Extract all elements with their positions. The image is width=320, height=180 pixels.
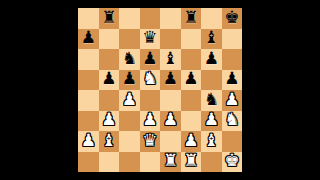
square-b8: ♜ [99,8,120,29]
square-e7 [160,29,181,50]
square-c8 [119,8,140,29]
square-e2 [160,131,181,152]
square-a4 [78,90,99,111]
piece-white-knight-d5: ♞ [142,70,157,87]
piece-white-rook-e1: ♜ [163,152,178,169]
square-a5 [78,70,99,91]
piece-white-pawn-d3: ♟ [142,111,157,128]
square-g5 [201,70,222,91]
piece-white-rook-f1: ♜ [183,152,198,169]
square-a1 [78,152,99,173]
square-g7: ♝ [201,29,222,50]
square-f2: ♟ [181,131,202,152]
square-f3 [181,111,202,132]
piece-black-king-h8: ♚ [224,9,239,26]
piece-black-pawn-f5: ♟ [183,70,198,87]
square-c3 [119,111,140,132]
square-f7 [181,29,202,50]
square-h3: ♞ [222,111,243,132]
square-h1: ♚ [222,152,243,173]
square-g8 [201,8,222,29]
square-b1 [99,152,120,173]
video-frame: ♜♜♚♟♛♝♞♟♝♟♟♟♞♟♟♟♟♞♟♟♟♟♟♞♟♝♛♟♝♜♜♚ [0,0,320,180]
square-f4 [181,90,202,111]
square-b5: ♟ [99,70,120,91]
square-h8: ♚ [222,8,243,29]
square-h7 [222,29,243,50]
piece-black-knight-c6: ♞ [122,50,137,67]
square-c6: ♞ [119,49,140,70]
square-e5: ♟ [160,70,181,91]
piece-black-pawn-h5: ♟ [224,70,239,87]
piece-white-pawn-f2: ♟ [183,132,198,149]
square-h6 [222,49,243,70]
piece-black-pawn-b5: ♟ [101,70,116,87]
square-a3 [78,111,99,132]
square-c5: ♟ [119,70,140,91]
square-f6 [181,49,202,70]
square-h4: ♟ [222,90,243,111]
square-f8: ♜ [181,8,202,29]
square-b6 [99,49,120,70]
piece-white-king-h1: ♚ [224,152,239,169]
piece-black-rook-f8: ♜ [183,9,198,26]
square-b2: ♝ [99,131,120,152]
piece-white-pawn-b3: ♟ [101,111,116,128]
square-c2 [119,131,140,152]
square-d2: ♛ [140,131,161,152]
square-d5: ♞ [140,70,161,91]
square-e1: ♜ [160,152,181,173]
square-b3: ♟ [99,111,120,132]
square-e3: ♟ [160,111,181,132]
square-d4 [140,90,161,111]
square-e8 [160,8,181,29]
square-g1 [201,152,222,173]
piece-black-pawn-a7: ♟ [81,29,96,46]
square-e4 [160,90,181,111]
square-a8 [78,8,99,29]
square-c1 [119,152,140,173]
square-g2: ♝ [201,131,222,152]
square-g3: ♟ [201,111,222,132]
piece-black-bishop-e6: ♝ [163,50,178,67]
piece-white-pawn-g3: ♟ [204,111,219,128]
square-d8 [140,8,161,29]
piece-white-bishop-g2: ♝ [204,132,219,149]
square-f5: ♟ [181,70,202,91]
square-h2 [222,131,243,152]
piece-white-pawn-a2: ♟ [81,132,96,149]
piece-white-queen-d2: ♛ [142,132,157,149]
piece-white-pawn-h4: ♟ [224,91,239,108]
square-a2: ♟ [78,131,99,152]
piece-black-bishop-g7: ♝ [204,29,219,46]
piece-black-pawn-d6: ♟ [142,50,157,67]
square-h5: ♟ [222,70,243,91]
piece-black-knight-g4: ♞ [204,91,219,108]
square-b7 [99,29,120,50]
piece-white-knight-h3: ♞ [224,111,239,128]
square-a6 [78,49,99,70]
piece-white-bishop-b2: ♝ [101,132,116,149]
piece-white-pawn-e3: ♟ [163,111,178,128]
square-d1 [140,152,161,173]
square-d3: ♟ [140,111,161,132]
piece-black-pawn-g6: ♟ [204,50,219,67]
square-b4 [99,90,120,111]
square-f1: ♜ [181,152,202,173]
chess-board: ♜♜♚♟♛♝♞♟♝♟♟♟♞♟♟♟♟♞♟♟♟♟♟♞♟♝♛♟♝♜♜♚ [78,8,242,172]
square-d7: ♛ [140,29,161,50]
square-g4: ♞ [201,90,222,111]
square-d6: ♟ [140,49,161,70]
piece-white-pawn-c4: ♟ [122,91,137,108]
piece-black-rook-b8: ♜ [101,9,116,26]
piece-black-pawn-e5: ♟ [163,70,178,87]
piece-black-queen-d7: ♛ [142,29,157,46]
square-a7: ♟ [78,29,99,50]
piece-black-pawn-c5: ♟ [122,70,137,87]
square-e6: ♝ [160,49,181,70]
square-g6: ♟ [201,49,222,70]
square-c4: ♟ [119,90,140,111]
square-c7 [119,29,140,50]
